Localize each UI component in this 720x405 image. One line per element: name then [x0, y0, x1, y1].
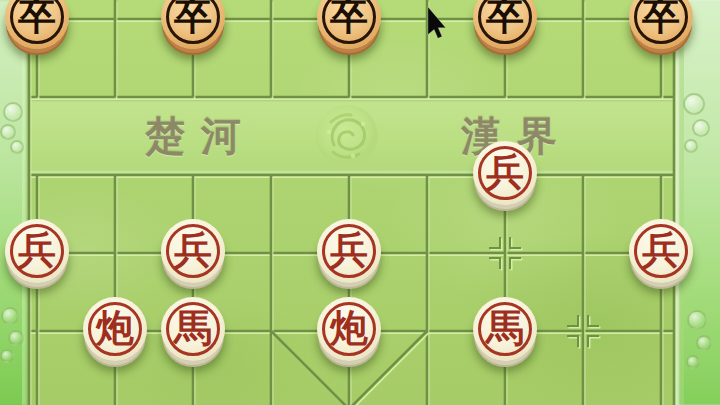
piece-character: 兵: [174, 231, 212, 269]
piece-red-pawn[interactable]: 兵: [161, 219, 225, 283]
piece-character: 炮: [96, 309, 134, 347]
piece-black-pawn[interactable]: 卒: [317, 0, 381, 49]
piece-red-horse[interactable]: 馬: [473, 297, 537, 361]
piece-red-pawn[interactable]: 兵: [629, 219, 693, 283]
piece-red-pawn[interactable]: 兵: [5, 219, 69, 283]
piece-black-pawn[interactable]: 卒: [629, 0, 693, 49]
xiangqi-board[interactable]: 楚河 漢界 卒卒卒卒卒兵兵兵兵兵炮馬炮馬: [0, 0, 720, 405]
piece-character: 兵: [330, 231, 368, 269]
piece-red-pawn[interactable]: 兵: [473, 141, 537, 205]
piece-black-pawn[interactable]: 卒: [473, 0, 537, 49]
piece-red-cannon[interactable]: 炮: [317, 297, 381, 361]
piece-character: 兵: [486, 153, 524, 191]
piece-red-cannon[interactable]: 炮: [83, 297, 147, 361]
pieces-layer: 卒卒卒卒卒兵兵兵兵兵炮馬炮馬: [0, 0, 720, 405]
piece-character: 卒: [174, 0, 212, 35]
piece-black-pawn[interactable]: 卒: [5, 0, 69, 49]
piece-character: 兵: [642, 231, 680, 269]
piece-black-pawn[interactable]: 卒: [161, 0, 225, 49]
piece-character: 卒: [642, 0, 680, 35]
piece-character: 炮: [330, 309, 368, 347]
piece-character: 兵: [18, 231, 56, 269]
mouse-cursor-icon: [427, 7, 448, 43]
piece-character: 馬: [486, 309, 524, 347]
piece-red-horse[interactable]: 馬: [161, 297, 225, 361]
piece-character: 馬: [174, 309, 212, 347]
piece-character: 卒: [18, 0, 56, 35]
piece-red-pawn[interactable]: 兵: [317, 219, 381, 283]
piece-character: 卒: [330, 0, 368, 35]
piece-character: 卒: [486, 0, 524, 35]
